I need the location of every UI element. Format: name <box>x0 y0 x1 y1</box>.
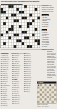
clue-number: 50 <box>1 31 2 32</box>
clue-number: 37 <box>6 22 7 23</box>
solutions-sidebar: Yesterday's prizewinner: see page 30Entr… <box>42 5 57 50</box>
clue-number: 7 <box>27 5 28 6</box>
chess-inset: CHESS ♜♚♘♗♕♔ White to play andmate in tw… <box>37 82 57 107</box>
clue-number: 65 <box>1 39 2 40</box>
clue-number: 46 <box>1 28 2 29</box>
clue-number: 56 <box>6 34 7 35</box>
clue-column-1: 1 Vehicle (3)4 Agitate (4)7 Cheerful (5)… <box>1 53 12 107</box>
clue-number: 21 <box>3 14 4 15</box>
clue-item: 61 Oak (3) <box>24 91 35 93</box>
clue-number: 72 <box>19 42 20 43</box>
clue-number: 23 <box>19 14 20 15</box>
clue-number: 15 <box>24 8 25 9</box>
clue-number: 8 <box>30 5 31 6</box>
clue-number: 38 <box>14 22 15 23</box>
clue-item: 16 Carve (5) <box>12 103 23 105</box>
clue-number: 51 <box>9 31 10 32</box>
chess-board: ♜♚♘♗♕♔ <box>37 84 57 104</box>
clue-number: 20 <box>1 14 2 15</box>
clue-number: 75 <box>1 45 2 46</box>
clue-number: 26 <box>9 17 10 18</box>
clue-number: 2 <box>3 5 4 6</box>
clue-number: 60 <box>1 37 2 38</box>
sidebar-solution-line: 19 TULIP <box>42 46 57 48</box>
clue-number: 3 <box>6 5 7 6</box>
clue-number: 74 <box>35 42 36 43</box>
clue-number: 63 <box>30 37 31 38</box>
clue-number: 36 <box>38 19 39 20</box>
clue-number: 68 <box>24 39 25 40</box>
clue-number: 16 <box>6 11 7 12</box>
clue-number: 42 <box>3 25 4 26</box>
clue-number: 35 <box>35 19 36 20</box>
clue-item: 47 Crisp (5) <box>1 105 12 107</box>
page-viewport: The Weekend Prize Crossword set by Maest… <box>0 0 57 109</box>
clue-number: 9 <box>32 5 33 6</box>
bridge-notes-column: BRIDGENorth leads theace of spadesagains… <box>47 51 57 81</box>
clue-number: 45 <box>30 25 31 26</box>
clue-number: 52 <box>11 31 12 32</box>
clue-number: 44 <box>22 25 23 26</box>
clue-number: 73 <box>24 42 25 43</box>
clue-number: 54 <box>35 31 36 32</box>
clue-number: 77 <box>32 45 33 46</box>
clue-number: 62 <box>14 37 15 38</box>
clue-number: 76 <box>17 45 18 46</box>
chess-caption: White to play andmate in two moves. <box>37 104 57 107</box>
clue-number: 17 <box>17 11 18 12</box>
clue-number: 25 <box>1 17 2 18</box>
clue-number: 39 <box>17 22 18 23</box>
sidebar-intro-line: Closing date Friday <box>42 10 57 12</box>
clue-number: 12 <box>9 8 10 9</box>
clue-number: 61 <box>11 37 12 38</box>
clue-number: 66 <box>9 39 10 40</box>
clue-number: 18 <box>24 11 25 12</box>
clue-number: 11 <box>3 8 4 9</box>
clue-number: 43 <box>14 25 15 26</box>
clue-number: 55 <box>3 34 4 35</box>
clue-number: 70 <box>6 42 7 43</box>
clue-number: 31 <box>6 19 7 20</box>
clue-number: 30 <box>1 19 2 20</box>
clue-number: 32 <box>19 19 20 20</box>
clue-number: 53 <box>27 31 28 32</box>
chess-square <box>54 101 56 103</box>
chess-caption-line: mate in two moves. <box>37 105 57 107</box>
clue-number: 41 <box>1 25 2 26</box>
clue-number: 33 <box>22 19 23 20</box>
clue-number: 40 <box>32 22 33 23</box>
clue-number: 27 <box>11 17 12 18</box>
notes-line: Page 31. <box>47 77 57 79</box>
clue-number: 10 <box>38 5 39 6</box>
clue-number: 58 <box>22 34 23 35</box>
clue-number: 49 <box>27 28 28 29</box>
clue-number: 48 <box>19 28 20 29</box>
clue-number: 13 <box>11 8 12 9</box>
clue-number: 14 <box>19 8 20 9</box>
clue-number: 19 <box>35 11 36 12</box>
puzzle-page: The Weekend Prize Crossword set by Maest… <box>0 0 57 109</box>
clue-number: 71 <box>17 42 18 43</box>
clue-number: 67 <box>22 39 23 40</box>
clue-number: 22 <box>17 14 18 15</box>
clue-number: 24 <box>32 14 33 15</box>
clue-number: 5 <box>19 5 20 6</box>
clue-number: 59 <box>35 34 36 35</box>
clue-number: 57 <box>19 34 20 35</box>
clue-number: 34 <box>24 19 25 20</box>
clue-number: 6 <box>22 5 23 6</box>
clue-number: 64 <box>32 37 33 38</box>
sidebar-solution-line: 13 ENIGMA <box>42 25 57 27</box>
clue-column-3: 18 Mist (4)19 Hasty (6)20 Loyal (7)22 St… <box>24 53 35 107</box>
clue-number: 4 <box>14 5 15 6</box>
clue-column-2: 49 Herb (4)50 Tides (5)52 We (2)53 Pan (… <box>12 53 23 107</box>
clue-number: 1 <box>1 5 2 6</box>
clue-number: 28 <box>27 17 28 18</box>
clue-number: 69 <box>27 39 28 40</box>
clue-number: 29 <box>30 17 31 18</box>
clue-number: 47 <box>14 28 15 29</box>
grid-cell[interactable] <box>37 45 39 48</box>
crossword-grid: 1234567891011121314151617181920212223242… <box>1 5 41 48</box>
